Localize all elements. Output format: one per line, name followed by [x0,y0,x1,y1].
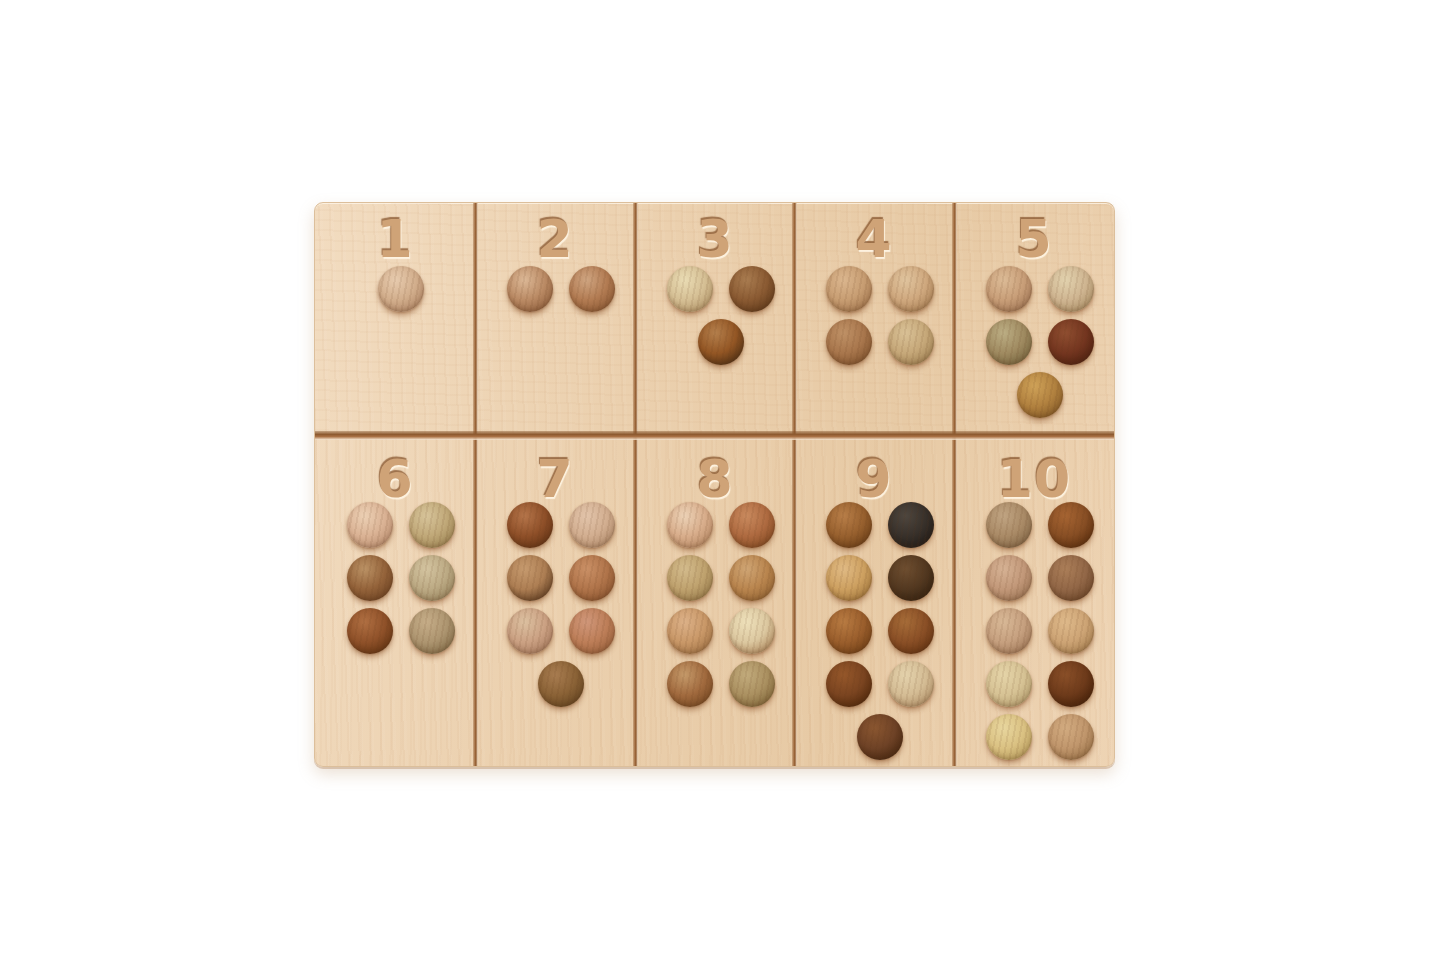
wooden-ball[interactable] [888,555,934,601]
cell-6: 6 [315,439,475,766]
wooden-ball[interactable] [986,319,1032,365]
cell-number-engraving: 1 [315,209,475,269]
wooden-ball[interactable] [347,608,393,654]
wooden-ball[interactable] [826,502,872,548]
wooden-ball[interactable] [667,555,713,601]
wooden-ball[interactable] [729,608,775,654]
cell-1: 1 [315,203,475,431]
photo-canvas: 12345678910 [0,0,1445,963]
wooden-ball[interactable] [826,266,872,312]
wooden-ball[interactable] [507,555,553,601]
wooden-ball[interactable] [729,502,775,548]
cell-number-engraving: 8 [635,449,795,509]
wooden-ball[interactable] [986,714,1032,760]
cell-9: 9 [794,439,954,766]
wooden-ball[interactable] [569,266,615,312]
cell-5: 5 [954,203,1114,431]
wooden-ball[interactable] [1048,608,1094,654]
wooden-ball[interactable] [698,319,744,365]
wooden-ball[interactable] [986,502,1032,548]
cell-3: 3 [635,203,795,431]
wooden-ball[interactable] [729,661,775,707]
cell-number-engraving: 3 [635,209,795,269]
wooden-ball[interactable] [347,555,393,601]
wooden-ball[interactable] [888,502,934,548]
wooden-ball[interactable] [667,266,713,312]
cell-8: 8 [635,439,795,766]
wooden-ball[interactable] [1048,502,1094,548]
cell-4: 4 [794,203,954,431]
wooden-ball[interactable] [1048,714,1094,760]
wooden-ball[interactable] [888,608,934,654]
wooden-ball[interactable] [507,608,553,654]
wooden-ball[interactable] [986,608,1032,654]
wooden-ball[interactable] [826,608,872,654]
wooden-ball[interactable] [729,266,775,312]
cell-number-engraving: 9 [794,449,954,509]
wooden-ball[interactable] [1048,266,1094,312]
wooden-ball[interactable] [569,608,615,654]
wooden-ball[interactable] [378,266,424,312]
wooden-ball[interactable] [826,555,872,601]
wooden-ball[interactable] [507,266,553,312]
wooden-ball[interactable] [1048,661,1094,707]
cell-number-engraving: 6 [315,449,475,509]
wooden-ball[interactable] [409,502,455,548]
wooden-ball[interactable] [569,555,615,601]
wooden-ball[interactable] [409,608,455,654]
cell-2: 2 [475,203,635,431]
wooden-ball[interactable] [409,555,455,601]
wooden-ball[interactable] [888,266,934,312]
wooden-ball[interactable] [1017,372,1063,418]
wooden-ball[interactable] [667,661,713,707]
cell-number-engraving: 10 [954,449,1114,509]
wooden-ball[interactable] [986,661,1032,707]
wooden-ball[interactable] [986,266,1032,312]
cell-number-engraving: 4 [794,209,954,269]
cell-number-engraving: 5 [954,209,1114,269]
wooden-ball[interactable] [667,502,713,548]
cell-10: 10 [954,439,1114,766]
wooden-ball[interactable] [888,319,934,365]
wooden-ball[interactable] [507,502,553,548]
wooden-ball[interactable] [538,661,584,707]
cell-number-engraving: 2 [475,209,635,269]
wooden-ball[interactable] [1048,555,1094,601]
wooden-ball[interactable] [826,319,872,365]
cell-7: 7 [475,439,635,766]
wooden-ball[interactable] [667,608,713,654]
cell-number-engraving: 7 [475,449,635,509]
wooden-ball[interactable] [1048,319,1094,365]
wooden-ball[interactable] [857,714,903,760]
wooden-ball[interactable] [569,502,615,548]
wooden-ball[interactable] [826,661,872,707]
wooden-ball[interactable] [986,555,1032,601]
wooden-ball[interactable] [729,555,775,601]
counting-board: 12345678910 [314,202,1115,767]
wooden-ball[interactable] [347,502,393,548]
wooden-ball[interactable] [888,661,934,707]
